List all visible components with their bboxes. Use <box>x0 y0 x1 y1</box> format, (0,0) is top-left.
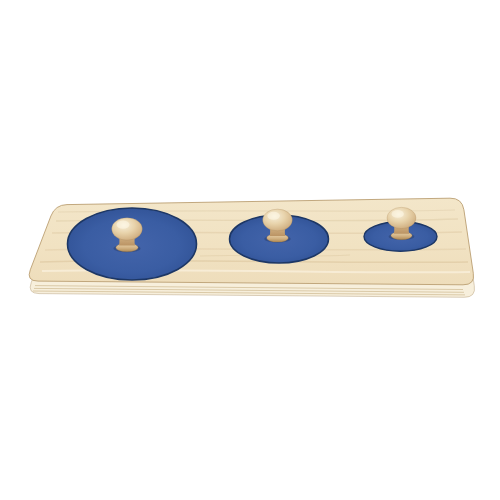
product-photo <box>0 0 500 500</box>
knob-large <box>112 218 143 253</box>
puzzle-board <box>29 198 474 297</box>
montessori-knob-puzzle <box>0 0 500 500</box>
knob-small <box>387 207 416 240</box>
knob-medium <box>263 209 293 242</box>
